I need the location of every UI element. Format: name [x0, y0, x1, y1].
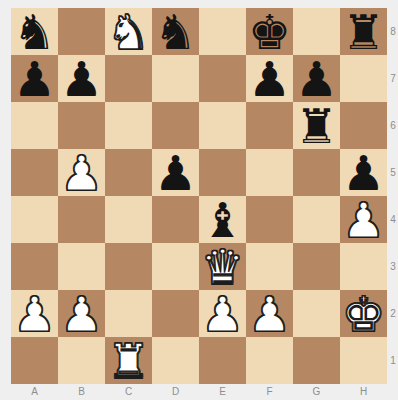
square-g3[interactable]: [293, 243, 340, 290]
white-queen-piece[interactable]: ♛: [201, 244, 244, 291]
square-f1[interactable]: [246, 337, 293, 384]
square-g8[interactable]: [293, 8, 340, 55]
black-king-piece[interactable]: ♚: [248, 9, 291, 56]
black-rook-piece[interactable]: ♜: [342, 9, 385, 56]
black-pawn-piece[interactable]: ♟: [154, 150, 197, 197]
square-e3[interactable]: ♛: [199, 243, 246, 290]
square-e4[interactable]: ♝: [199, 196, 246, 243]
rank-label-7: 7: [388, 55, 398, 102]
rank-label-2: 2: [388, 290, 398, 337]
square-b3[interactable]: [58, 243, 105, 290]
rank-label-4: 4: [388, 196, 398, 243]
square-c8[interactable]: ♞: [105, 8, 152, 55]
square-e7[interactable]: [199, 55, 246, 102]
square-b7[interactable]: ♟: [58, 55, 105, 102]
black-pawn-piece[interactable]: ♟: [60, 56, 103, 103]
white-pawn-piece[interactable]: ♟: [248, 291, 291, 338]
black-bishop-piece[interactable]: ♝: [201, 197, 244, 244]
square-a3[interactable]: [11, 243, 58, 290]
square-c6[interactable]: [105, 102, 152, 149]
black-rook-piece[interactable]: ♜: [295, 103, 338, 150]
square-c7[interactable]: [105, 55, 152, 102]
square-a8[interactable]: ♞: [11, 8, 58, 55]
file-label-h: H: [340, 385, 387, 400]
square-b2[interactable]: ♟: [58, 290, 105, 337]
square-h2[interactable]: ♚: [340, 290, 387, 337]
file-label-g: G: [293, 385, 340, 400]
file-label-f: F: [246, 385, 293, 400]
square-g1[interactable]: [293, 337, 340, 384]
square-g6[interactable]: ♜: [293, 102, 340, 149]
file-label-e: E: [199, 385, 246, 400]
rank-label-8: 8: [388, 8, 398, 55]
square-d3[interactable]: [152, 243, 199, 290]
file-label-d: D: [152, 385, 199, 400]
file-label-c: C: [105, 385, 152, 400]
square-d5[interactable]: ♟: [152, 149, 199, 196]
square-g4[interactable]: [293, 196, 340, 243]
black-pawn-piece[interactable]: ♟: [13, 56, 56, 103]
rank-label-5: 5: [388, 149, 398, 196]
square-a4[interactable]: [11, 196, 58, 243]
rank-label-6: 6: [388, 102, 398, 149]
square-f5[interactable]: [246, 149, 293, 196]
chess-board: ♞♞♞♚♜♟♟♟♟♜♟♟♟♝♟♛♟♟♟♟♚♜: [11, 8, 387, 384]
square-a1[interactable]: [11, 337, 58, 384]
square-c3[interactable]: [105, 243, 152, 290]
white-pawn-piece[interactable]: ♟: [201, 291, 244, 338]
square-g2[interactable]: [293, 290, 340, 337]
square-a7[interactable]: ♟: [11, 55, 58, 102]
square-b5[interactable]: ♟: [58, 149, 105, 196]
square-f2[interactable]: ♟: [246, 290, 293, 337]
square-e6[interactable]: [199, 102, 246, 149]
square-f6[interactable]: [246, 102, 293, 149]
square-c4[interactable]: [105, 196, 152, 243]
square-a2[interactable]: ♟: [11, 290, 58, 337]
square-c1[interactable]: ♜: [105, 337, 152, 384]
square-d4[interactable]: [152, 196, 199, 243]
square-b8[interactable]: [58, 8, 105, 55]
square-e1[interactable]: [199, 337, 246, 384]
white-knight-piece[interactable]: ♞: [107, 9, 150, 56]
square-g5[interactable]: [293, 149, 340, 196]
rank-labels: 8 7 6 5 4 3 2 1: [388, 8, 398, 384]
black-pawn-piece[interactable]: ♟: [248, 56, 291, 103]
black-knight-piece[interactable]: ♞: [154, 9, 197, 56]
square-b6[interactable]: [58, 102, 105, 149]
white-pawn-piece[interactable]: ♟: [60, 291, 103, 338]
square-f4[interactable]: [246, 196, 293, 243]
square-h7[interactable]: [340, 55, 387, 102]
white-pawn-piece[interactable]: ♟: [342, 197, 385, 244]
square-h6[interactable]: [340, 102, 387, 149]
white-king-piece[interactable]: ♚: [342, 291, 385, 338]
square-c5[interactable]: [105, 149, 152, 196]
file-label-b: B: [58, 385, 105, 400]
square-f7[interactable]: ♟: [246, 55, 293, 102]
black-pawn-piece[interactable]: ♟: [295, 56, 338, 103]
white-pawn-piece[interactable]: ♟: [60, 150, 103, 197]
square-h8[interactable]: ♜: [340, 8, 387, 55]
rank-label-1: 1: [388, 337, 398, 384]
square-e5[interactable]: [199, 149, 246, 196]
square-b4[interactable]: [58, 196, 105, 243]
square-d6[interactable]: [152, 102, 199, 149]
black-knight-piece[interactable]: ♞: [13, 9, 56, 56]
square-d7[interactable]: [152, 55, 199, 102]
file-labels: A B C D E F G H: [11, 385, 387, 400]
square-h5[interactable]: ♟: [340, 149, 387, 196]
square-h1[interactable]: [340, 337, 387, 384]
square-e8[interactable]: [199, 8, 246, 55]
white-rook-piece[interactable]: ♜: [107, 338, 150, 385]
white-pawn-piece[interactable]: ♟: [13, 291, 56, 338]
chess-app: ♞♞♞♚♜♟♟♟♟♜♟♟♟♝♟♛♟♟♟♟♚♜ A B C D E F G H 8…: [0, 0, 398, 400]
square-g7[interactable]: ♟: [293, 55, 340, 102]
square-d8[interactable]: ♞: [152, 8, 199, 55]
square-f8[interactable]: ♚: [246, 8, 293, 55]
square-a6[interactable]: [11, 102, 58, 149]
square-h3[interactable]: [340, 243, 387, 290]
square-f3[interactable]: [246, 243, 293, 290]
rank-label-3: 3: [388, 243, 398, 290]
square-h4[interactable]: ♟: [340, 196, 387, 243]
square-a5[interactable]: [11, 149, 58, 196]
square-d2[interactable]: [152, 290, 199, 337]
square-e2[interactable]: ♟: [199, 290, 246, 337]
square-b1[interactable]: [58, 337, 105, 384]
square-c2[interactable]: [105, 290, 152, 337]
file-label-a: A: [11, 385, 58, 400]
square-d1[interactable]: [152, 337, 199, 384]
black-pawn-piece[interactable]: ♟: [342, 150, 385, 197]
